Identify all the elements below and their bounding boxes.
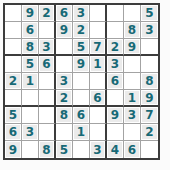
cell-r2c8: 8 (124, 22, 141, 39)
cell-r4c4[interactable] (56, 56, 73, 73)
cell-r4c5: 9 (73, 56, 90, 73)
cell-r9c5[interactable] (73, 141, 90, 158)
cell-r2c5: 2 (73, 22, 90, 39)
cell-r4c8[interactable] (124, 56, 141, 73)
cell-r7c9: 7 (141, 107, 158, 124)
cell-r5c5[interactable] (73, 73, 90, 90)
cell-r5c1: 2 (5, 73, 22, 90)
cell-r7c5: 6 (73, 107, 90, 124)
cell-r1c7[interactable] (107, 5, 124, 22)
cell-r1c3: 2 (39, 5, 56, 22)
cell-r2c2: 6 (22, 22, 39, 39)
cell-r2c4: 9 (56, 22, 73, 39)
cell-r7c7: 9 (107, 107, 124, 124)
cell-r3c2: 8 (22, 39, 39, 56)
cell-r3c3: 3 (39, 39, 56, 56)
cell-r6c2[interactable] (22, 90, 39, 107)
cell-r3c9[interactable] (141, 39, 158, 56)
cell-r2c7[interactable] (107, 22, 124, 39)
cell-r2c1[interactable] (5, 22, 22, 39)
cell-r9c4: 5 (56, 141, 73, 158)
cell-r1c2: 9 (22, 5, 39, 22)
cell-r6c7[interactable] (107, 90, 124, 107)
cell-r4c2: 5 (22, 56, 39, 73)
cell-r5c4: 3 (56, 73, 73, 90)
cell-r4c1[interactable] (5, 56, 22, 73)
cell-r8c2: 3 (22, 124, 39, 141)
cell-r7c4: 8 (56, 107, 73, 124)
sudoku-board: 9263569283835729569132136826195869376312… (3, 3, 160, 160)
cell-r1c6[interactable] (90, 5, 107, 22)
cell-r9c3: 8 (39, 141, 56, 158)
cell-r4c9[interactable] (141, 56, 158, 73)
cell-r6c1[interactable] (5, 90, 22, 107)
cell-r6c3[interactable] (39, 90, 56, 107)
cell-r8c5: 1 (73, 124, 90, 141)
cell-r1c1[interactable] (5, 5, 22, 22)
cell-r3c5: 5 (73, 39, 90, 56)
cell-r2c6[interactable] (90, 22, 107, 39)
sudoku-page: 9263569283835729569132136826195869376312… (0, 0, 170, 160)
cell-r5c8[interactable] (124, 73, 141, 90)
cell-r6c5[interactable] (73, 90, 90, 107)
cell-r8c4[interactable] (56, 124, 73, 141)
cell-r8c8[interactable] (124, 124, 141, 141)
cell-r1c4: 6 (56, 5, 73, 22)
cell-r9c2[interactable] (22, 141, 39, 158)
cell-r5c3[interactable] (39, 73, 56, 90)
cell-r1c8[interactable] (124, 5, 141, 22)
cell-r2c9: 3 (141, 22, 158, 39)
cell-r5c6[interactable] (90, 73, 107, 90)
cell-r8c1: 6 (5, 124, 22, 141)
cell-r4c7: 3 (107, 56, 124, 73)
cell-r1c9: 5 (141, 5, 158, 22)
cell-r6c9: 9 (141, 90, 158, 107)
cell-r4c3: 6 (39, 56, 56, 73)
cell-r7c8: 3 (124, 107, 141, 124)
cell-r4c6: 1 (90, 56, 107, 73)
cell-r7c6[interactable] (90, 107, 107, 124)
cell-r9c8: 6 (124, 141, 141, 158)
cell-r5c9: 8 (141, 73, 158, 90)
cell-r8c7[interactable] (107, 124, 124, 141)
cell-r9c9[interactable] (141, 141, 158, 158)
cell-r6c4: 2 (56, 90, 73, 107)
cell-r2c3[interactable] (39, 22, 56, 39)
cell-r6c8: 1 (124, 90, 141, 107)
cell-r8c3[interactable] (39, 124, 56, 141)
cell-r3c7: 2 (107, 39, 124, 56)
cell-r7c1: 5 (5, 107, 22, 124)
cell-r5c2: 1 (22, 73, 39, 90)
cell-r6c6: 6 (90, 90, 107, 107)
cell-r9c6: 3 (90, 141, 107, 158)
cell-r8c9: 2 (141, 124, 158, 141)
cell-r3c6: 7 (90, 39, 107, 56)
cell-r9c1: 9 (5, 141, 22, 158)
cell-r9c7: 4 (107, 141, 124, 158)
cell-r1c5: 3 (73, 5, 90, 22)
cell-r3c8: 9 (124, 39, 141, 56)
cell-r3c1[interactable] (5, 39, 22, 56)
cell-r7c2[interactable] (22, 107, 39, 124)
cell-r8c6[interactable] (90, 124, 107, 141)
cell-r7c3[interactable] (39, 107, 56, 124)
cell-r3c4[interactable] (56, 39, 73, 56)
cell-r5c7: 6 (107, 73, 124, 90)
